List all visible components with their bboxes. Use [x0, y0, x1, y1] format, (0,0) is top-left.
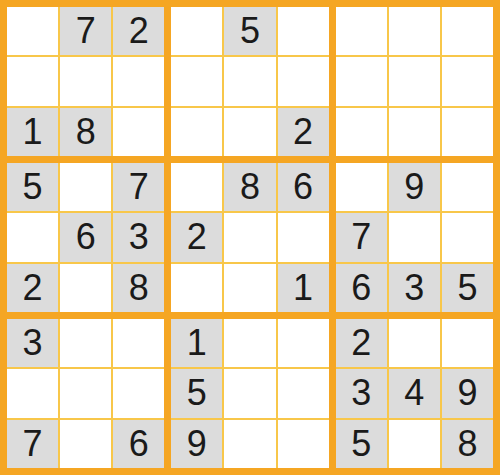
cell-r4c6[interactable]: 6 — [278, 163, 329, 211]
cell-r2c6[interactable] — [278, 57, 329, 105]
cell-r9c3[interactable]: 6 — [113, 420, 164, 468]
cell-r5c4[interactable]: 2 — [171, 213, 222, 261]
cell-r6c6[interactable]: 1 — [278, 264, 329, 312]
cell-r7c6[interactable] — [278, 319, 329, 367]
cell-r9c2[interactable] — [60, 420, 111, 468]
cell-r2c5[interactable] — [224, 57, 275, 105]
sudoku-board: 721852576328862197635376159234958 — [0, 0, 500, 475]
cell-r1c3[interactable]: 2 — [113, 7, 164, 55]
cell-r8c3[interactable] — [113, 369, 164, 417]
cell-r7c4[interactable]: 1 — [171, 319, 222, 367]
block-r2c2: 8621 — [171, 163, 328, 312]
cell-r2c2[interactable] — [60, 57, 111, 105]
cell-r4c1[interactable]: 5 — [7, 163, 58, 211]
cell-r8c1[interactable] — [7, 369, 58, 417]
cell-r3c6[interactable]: 2 — [278, 108, 329, 156]
cell-r6c4[interactable] — [171, 264, 222, 312]
cell-r2c9[interactable] — [442, 57, 493, 105]
cell-r7c9[interactable] — [442, 319, 493, 367]
cell-r3c9[interactable] — [442, 108, 493, 156]
cell-r4c4[interactable] — [171, 163, 222, 211]
cell-r8c5[interactable] — [224, 369, 275, 417]
cell-r2c1[interactable] — [7, 57, 58, 105]
block-r2c3: 97635 — [336, 163, 493, 312]
cell-r8c8[interactable]: 4 — [389, 369, 440, 417]
cell-r6c8[interactable]: 3 — [389, 264, 440, 312]
cell-r9c4[interactable]: 9 — [171, 420, 222, 468]
cell-r7c7[interactable]: 2 — [336, 319, 387, 367]
cell-r7c8[interactable] — [389, 319, 440, 367]
cell-r1c8[interactable] — [389, 7, 440, 55]
cell-r1c1[interactable] — [7, 7, 58, 55]
cell-r9c1[interactable]: 7 — [7, 420, 58, 468]
cell-r6c3[interactable]: 8 — [113, 264, 164, 312]
cell-r5c5[interactable] — [224, 213, 275, 261]
cell-r3c5[interactable] — [224, 108, 275, 156]
block-r2c1: 576328 — [7, 163, 164, 312]
cell-r3c4[interactable] — [171, 108, 222, 156]
cell-r4c3[interactable]: 7 — [113, 163, 164, 211]
cell-r2c3[interactable] — [113, 57, 164, 105]
cell-r4c8[interactable]: 9 — [389, 163, 440, 211]
cell-r6c9[interactable]: 5 — [442, 264, 493, 312]
cell-r6c1[interactable]: 2 — [7, 264, 58, 312]
cell-r2c4[interactable] — [171, 57, 222, 105]
cell-r3c2[interactable]: 8 — [60, 108, 111, 156]
cell-r4c9[interactable] — [442, 163, 493, 211]
cell-r8c7[interactable]: 3 — [336, 369, 387, 417]
cell-r5c8[interactable] — [389, 213, 440, 261]
block-r1c3 — [336, 7, 493, 156]
cell-r8c9[interactable]: 9 — [442, 369, 493, 417]
cell-r7c1[interactable]: 3 — [7, 319, 58, 367]
block-r3c2: 159 — [171, 319, 328, 468]
cell-r1c5[interactable]: 5 — [224, 7, 275, 55]
cell-r5c3[interactable]: 3 — [113, 213, 164, 261]
cell-r4c5[interactable]: 8 — [224, 163, 275, 211]
cell-r7c3[interactable] — [113, 319, 164, 367]
block-r1c1: 7218 — [7, 7, 164, 156]
block-r3c1: 376 — [7, 319, 164, 468]
cell-r6c2[interactable] — [60, 264, 111, 312]
cell-r2c8[interactable] — [389, 57, 440, 105]
cell-r2c7[interactable] — [336, 57, 387, 105]
cell-r1c2[interactable]: 7 — [60, 7, 111, 55]
cell-r1c9[interactable] — [442, 7, 493, 55]
cell-r8c2[interactable] — [60, 369, 111, 417]
cell-r5c6[interactable] — [278, 213, 329, 261]
cell-r7c2[interactable] — [60, 319, 111, 367]
cell-r9c5[interactable] — [224, 420, 275, 468]
cell-r9c7[interactable]: 5 — [336, 420, 387, 468]
cell-r5c2[interactable]: 6 — [60, 213, 111, 261]
cell-r8c6[interactable] — [278, 369, 329, 417]
cell-r8c4[interactable]: 5 — [171, 369, 222, 417]
cell-r1c6[interactable] — [278, 7, 329, 55]
cell-r4c2[interactable] — [60, 163, 111, 211]
cell-r6c7[interactable]: 6 — [336, 264, 387, 312]
cell-r9c9[interactable]: 8 — [442, 420, 493, 468]
cell-r6c5[interactable] — [224, 264, 275, 312]
cell-r7c5[interactable] — [224, 319, 275, 367]
cell-r3c1[interactable]: 1 — [7, 108, 58, 156]
block-r1c2: 52 — [171, 7, 328, 156]
cell-r5c7[interactable]: 7 — [336, 213, 387, 261]
cell-r3c7[interactable] — [336, 108, 387, 156]
cell-r9c6[interactable] — [278, 420, 329, 468]
cell-r5c9[interactable] — [442, 213, 493, 261]
cell-r5c1[interactable] — [7, 213, 58, 261]
cell-r3c8[interactable] — [389, 108, 440, 156]
cell-r4c7[interactable] — [336, 163, 387, 211]
block-r3c3: 234958 — [336, 319, 493, 468]
cell-r3c3[interactable] — [113, 108, 164, 156]
cell-r9c8[interactable] — [389, 420, 440, 468]
cell-r1c7[interactable] — [336, 7, 387, 55]
cell-r1c4[interactable] — [171, 7, 222, 55]
